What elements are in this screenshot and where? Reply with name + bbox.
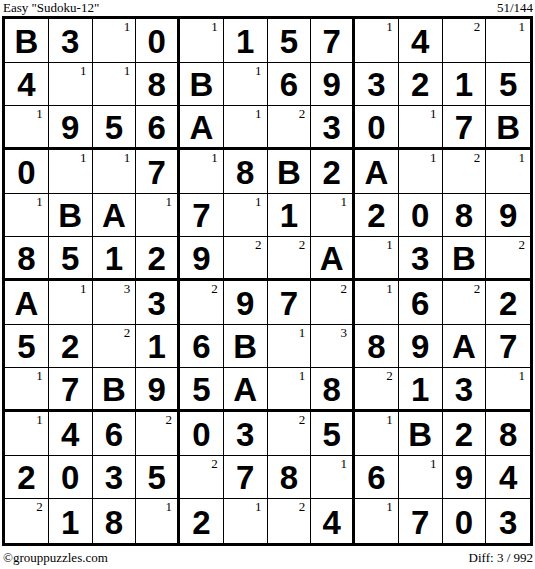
cell-r3c12[interactable]: B [486,106,530,150]
cell-value: 0 [411,197,429,232]
pencil-mark: 1 [299,326,306,340]
cell-r5c7[interactable]: 1 [268,194,312,238]
cell-r7c9[interactable]: 1 [355,281,399,325]
pencil-mark: 1 [519,20,526,34]
cell-value: 7 [280,285,298,320]
pencil-mark: 2 [519,238,526,252]
cell-r5c2[interactable]: B [49,194,93,238]
cell-r5c10[interactable]: 0 [399,194,443,238]
cell-value: A [452,328,476,363]
cell-r5c4[interactable]: 1 [136,194,180,238]
pencil-mark: 2 [474,151,481,165]
cell-value: 0 [147,23,165,58]
cell-value: 9 [192,240,210,275]
cell-r12c2[interactable]: 1 [49,499,93,543]
cell-value: 9 [322,66,340,101]
puzzle-page: Easy "Sudoku-12" 51/144 B310115714214118… [0,0,535,569]
cell-value: 2 [455,416,473,451]
pencil-mark: 2 [211,282,218,296]
cell-r8c10[interactable]: 9 [399,325,443,369]
pencil-mark: 2 [299,238,306,252]
pencil-mark: 1 [255,64,262,78]
cell-r3c3[interactable]: 5 [93,106,137,150]
cell-r7c7[interactable]: 7 [268,281,312,325]
cell-r7c10[interactable]: 6 [399,281,443,325]
pencil-mark: 2 [36,500,43,514]
pencil-mark: 1 [386,413,393,427]
cell-value: A [189,109,213,144]
cell-r4c8[interactable]: 2 [311,150,355,194]
cell-value: 8 [455,197,473,232]
cell-value: 3 [367,66,385,101]
pencil-mark: 1 [519,151,526,165]
cell-r10c3[interactable]: 6 [93,412,137,456]
cell-r9c6[interactable]: A [224,368,268,412]
cell-value: 8 [105,504,123,539]
pencil-mark: 1 [80,151,87,165]
cell-value: 4 [499,459,517,494]
cell-r6c5[interactable]: 9 [180,237,224,281]
cell-r7c4[interactable]: 3 [136,281,180,325]
cell-value: 0 [367,109,385,144]
cell-r5c8[interactable]: 1 [311,194,355,238]
cell-value: 1 [236,23,254,58]
cell-r12c5[interactable]: 2 [180,499,224,543]
pencil-mark: 2 [299,107,306,121]
pencil-mark: 1 [255,195,262,209]
cell-value: 6 [367,459,385,494]
pencil-mark: 1 [166,500,173,514]
cell-r4c12[interactable]: 1 [486,150,530,194]
cell-r3c2[interactable]: 9 [49,106,93,150]
cell-r8c5[interactable]: 6 [180,325,224,369]
cell-r9c4[interactable]: 9 [136,368,180,412]
pencil-mark: 1 [255,107,262,121]
cell-r2c6[interactable]: 1 [224,63,268,107]
cell-r12c9[interactable]: 1 [355,499,399,543]
pencil-mark: 1 [430,107,437,121]
cell-value: B [408,416,432,451]
cell-r10c5[interactable]: 0 [180,412,224,456]
pencil-mark: 2 [386,369,393,383]
cell-r6c1[interactable]: 8 [5,237,49,281]
cell-r11c3[interactable]: 3 [93,456,137,500]
cell-r1c1[interactable]: B [5,19,49,63]
cell-r7c6[interactable]: 9 [224,281,268,325]
cell-r9c5[interactable]: 5 [180,368,224,412]
cell-value: 8 [17,240,35,275]
cell-r5c5[interactable]: 7 [180,194,224,238]
cell-r11c12[interactable]: 4 [486,456,530,500]
cell-r10c1[interactable]: 1 [5,412,49,456]
cell-r5c3[interactable]: A [93,194,137,238]
cell-r4c11[interactable]: 2 [443,150,487,194]
cell-value: 0 [192,416,210,451]
cell-r3c11[interactable]: 7 [443,106,487,150]
cell-r2c3[interactable]: 1 [93,63,137,107]
cell-r11c8[interactable]: 1 [311,456,355,500]
cell-value: 8 [367,328,385,363]
cell-r9c12[interactable]: 1 [486,368,530,412]
pencil-mark: 1 [211,151,218,165]
cell-r2c12[interactable]: 5 [486,63,530,107]
cell-value: 7 [147,154,165,189]
cell-value: 8 [147,66,165,101]
cell-value: 6 [280,66,298,101]
sudoku-grid: B310115714214118B16932151956A123017B0117… [2,16,533,546]
pencil-mark: 3 [124,282,131,296]
cell-value: 8 [499,416,517,451]
cell-r4c9[interactable]: A [355,150,399,194]
pencil-mark: 1 [124,20,131,34]
cell-value: 8 [236,154,254,189]
pencil-mark: 1 [386,238,393,252]
cell-r11c10[interactable]: 1 [399,456,443,500]
cell-r12c3[interactable]: 8 [93,499,137,543]
pencil-mark: 1 [124,151,131,165]
pencil-mark: 1 [80,64,87,78]
pencil-mark: 1 [36,413,43,427]
cell-r2c11[interactable]: 1 [443,63,487,107]
cell-r4c6[interactable]: 8 [224,150,268,194]
pencil-mark: 1 [386,282,393,296]
cell-value: 5 [147,459,165,494]
cell-r10c8[interactable]: 5 [311,412,355,456]
cell-value: 2 [411,66,429,101]
pencil-mark: 1 [166,195,173,209]
cell-value: 1 [280,197,298,232]
cell-value: 9 [147,371,165,406]
cell-r1c2[interactable]: 3 [49,19,93,63]
cell-r11c5[interactable]: 2 [180,456,224,500]
cell-r2c9[interactable]: 3 [355,63,399,107]
cell-r2c8[interactable]: 9 [311,63,355,107]
cell-r10c7[interactable]: 2 [268,412,312,456]
cell-value: A [233,371,257,406]
cell-r2c5[interactable]: B [180,63,224,107]
pencil-mark: 1 [36,107,43,121]
cell-r4c1[interactable]: 0 [5,150,49,194]
cell-value: 0 [17,154,35,189]
cell-value: A [102,197,126,232]
cell-value: 1 [411,371,429,406]
cell-value: B [102,371,126,406]
cell-value: 9 [499,197,517,232]
cell-r9c3[interactable]: B [93,368,137,412]
cell-r10c6[interactable]: 3 [224,412,268,456]
cell-value: 4 [322,504,340,539]
cell-value: 7 [61,371,79,406]
cell-r3c10[interactable]: 1 [399,106,443,150]
cell-r11c7[interactable]: 8 [268,456,312,500]
cell-r5c12[interactable]: 9 [486,194,530,238]
pencil-mark: 2 [474,282,481,296]
cell-value: 2 [61,328,79,363]
cell-r6c7[interactable]: 2 [268,237,312,281]
cell-r8c7[interactable]: 1 [268,325,312,369]
cell-r12c1[interactable]: 2 [5,499,49,543]
cell-r9c8[interactable]: 8 [311,368,355,412]
cell-r12c8[interactable]: 4 [311,499,355,543]
difficulty-text: Diff: 3 / 992 [469,551,533,565]
cell-r6c10[interactable]: 3 [399,237,443,281]
pencil-mark: 1 [255,500,262,514]
pencil-mark: 1 [211,20,218,34]
cell-value: 5 [322,416,340,451]
cell-r12c6[interactable]: 1 [224,499,268,543]
cell-value: 9 [61,109,79,144]
cell-value: 5 [105,109,123,144]
cell-r3c9[interactable]: 0 [355,106,399,150]
cell-r1c12[interactable]: 1 [486,19,530,63]
cell-value: 5 [280,23,298,58]
cell-r5c9[interactable]: 2 [355,194,399,238]
cell-value: 6 [192,328,210,363]
cell-r8c9[interactable]: 8 [355,325,399,369]
cell-value: 7 [455,109,473,144]
cell-r6c9[interactable]: 1 [355,237,399,281]
cell-r1c10[interactable]: 4 [399,19,443,63]
cell-value: 6 [105,416,123,451]
cell-r12c12[interactable]: 3 [486,499,530,543]
cell-r6c11[interactable]: B [443,237,487,281]
pencil-mark: 1 [36,369,43,383]
cell-value: 7 [192,197,210,232]
cell-r2c10[interactable]: 2 [399,63,443,107]
puzzle-title: Easy "Sudoku-12" [3,1,99,15]
cell-r6c4[interactable]: 2 [136,237,180,281]
cell-r1c3[interactable]: 1 [93,19,137,63]
cell-r8c3[interactable]: 2 [93,325,137,369]
cell-value: 7 [499,328,517,363]
cell-r1c5[interactable]: 1 [180,19,224,63]
cell-value: 3 [411,240,429,275]
cell-r8c11[interactable]: A [443,325,487,369]
cell-r9c2[interactable]: 7 [49,368,93,412]
cell-r10c11[interactable]: 2 [443,412,487,456]
cell-r3c8[interactable]: 3 [311,106,355,150]
pencil-mark: 3 [341,326,348,340]
cell-r2c4[interactable]: 8 [136,63,180,107]
pencil-mark: 1 [80,282,87,296]
cell-r8c4[interactable]: 1 [136,325,180,369]
cell-value: 4 [61,416,79,451]
cell-value: A [364,154,388,189]
cell-value: 7 [411,504,429,539]
pencil-mark: 1 [124,64,131,78]
cell-r8c8[interactable]: 3 [311,325,355,369]
pencil-mark: 1 [36,195,43,209]
pencil-mark: 2 [341,282,348,296]
cell-r3c1[interactable]: 1 [5,106,49,150]
cell-r11c2[interactable]: 0 [49,456,93,500]
cell-r3c7[interactable]: 2 [268,106,312,150]
cell-r9c1[interactable]: 1 [5,368,49,412]
cell-r10c10[interactable]: B [399,412,443,456]
cell-r6c3[interactable]: 1 [93,237,137,281]
pencil-mark: 1 [341,195,348,209]
cell-r1c7[interactable]: 5 [268,19,312,63]
cell-value: 1 [455,66,473,101]
cell-r1c9[interactable]: 1 [355,19,399,63]
cell-r7c8[interactable]: 2 [311,281,355,325]
cell-r9c11[interactable]: 3 [443,368,487,412]
pencil-mark: 1 [386,500,393,514]
pencil-mark: 1 [386,20,393,34]
cell-r7c2[interactable]: 1 [49,281,93,325]
cell-r5c6[interactable]: 1 [224,194,268,238]
progress-counter: 51/144 [497,1,533,15]
cell-r7c3[interactable]: 3 [93,281,137,325]
cell-value: 2 [17,459,35,494]
cell-r4c10[interactable]: 1 [399,150,443,194]
cell-r11c11[interactable]: 9 [443,456,487,500]
cell-r6c6[interactable]: 2 [224,237,268,281]
cell-value: 7 [236,459,254,494]
cell-r8c2[interactable]: 2 [49,325,93,369]
cell-r12c11[interactable]: 0 [443,499,487,543]
cell-value: B [233,328,257,363]
cell-value: 3 [105,459,123,494]
pencil-mark: 1 [430,151,437,165]
cell-r12c7[interactable]: 2 [268,499,312,543]
cell-r2c2[interactable]: 1 [49,63,93,107]
cell-value: 4 [411,23,429,58]
cell-value: B [277,154,301,189]
cell-value: 3 [236,416,254,451]
cell-value: 8 [322,371,340,406]
copyright-text: ©grouppuzzles.com [3,551,108,565]
cell-value: 2 [147,240,165,275]
cell-value: 3 [322,109,340,144]
cell-value: 1 [105,240,123,275]
cell-r3c6[interactable]: 1 [224,106,268,150]
cell-value: 2 [192,504,210,539]
cell-r11c6[interactable]: 7 [224,456,268,500]
pencil-mark: 2 [124,326,131,340]
cell-value: B [452,240,476,275]
header: Easy "Sudoku-12" 51/144 [0,0,535,16]
cell-r7c12[interactable]: 2 [486,281,530,325]
cell-value: 5 [499,66,517,101]
cell-value: 5 [192,371,210,406]
cell-r8c1[interactable]: 5 [5,325,49,369]
pencil-mark: 2 [166,413,173,427]
pencil-mark: 1 [519,369,526,383]
cell-r4c2[interactable]: 1 [49,150,93,194]
cell-value: 8 [280,459,298,494]
cell-r4c4[interactable]: 7 [136,150,180,194]
cell-r8c12[interactable]: 7 [486,325,530,369]
cell-r9c10[interactable]: 1 [399,368,443,412]
cell-r11c9[interactable]: 6 [355,456,399,500]
cell-value: 7 [322,23,340,58]
cell-value: B [58,197,82,232]
cell-r3c5[interactable]: A [180,106,224,150]
cell-r5c11[interactable]: 8 [443,194,487,238]
cell-value: 0 [61,459,79,494]
cell-r1c11[interactable]: 2 [443,19,487,63]
cell-value: 6 [147,109,165,144]
cell-value: 1 [147,328,165,363]
cell-r9c9[interactable]: 2 [355,368,399,412]
pencil-mark: 2 [299,500,306,514]
cell-r7c5[interactable]: 2 [180,281,224,325]
cell-value: 6 [411,285,429,320]
cell-r11c4[interactable]: 5 [136,456,180,500]
cell-value: 9 [411,328,429,363]
pencil-mark: 1 [430,457,437,471]
cell-r4c5[interactable]: 1 [180,150,224,194]
cell-value: 2 [367,197,385,232]
cell-value: 3 [147,285,165,320]
pencil-mark: 2 [474,20,481,34]
cell-value: 2 [322,154,340,189]
cell-value: 9 [455,459,473,494]
cell-r4c3[interactable]: 1 [93,150,137,194]
pencil-mark: 1 [341,457,348,471]
pencil-mark: 2 [211,457,218,471]
cell-r2c7[interactable]: 6 [268,63,312,107]
pencil-mark: 2 [255,238,262,252]
cell-value: 3 [499,504,517,539]
cell-r7c1[interactable]: A [5,281,49,325]
cell-r4c7[interactable]: B [268,150,312,194]
cell-value: 3 [455,371,473,406]
cell-r7c11[interactable]: 2 [443,281,487,325]
cell-r11c1[interactable]: 2 [5,456,49,500]
cell-r6c8[interactable]: A [311,237,355,281]
cell-value: 0 [455,504,473,539]
cell-r12c10[interactable]: 7 [399,499,443,543]
cell-value: 1 [61,504,79,539]
cell-r6c12[interactable]: 2 [486,237,530,281]
cell-r10c9[interactable]: 1 [355,412,399,456]
cell-r5c1[interactable]: 1 [5,194,49,238]
cell-value: A [320,240,344,275]
cell-value: A [14,285,38,320]
cell-r6c2[interactable]: 5 [49,237,93,281]
cell-value: 3 [61,23,79,58]
cell-r1c8[interactable]: 7 [311,19,355,63]
cell-r3c4[interactable]: 6 [136,106,180,150]
cell-r2c1[interactable]: 4 [5,63,49,107]
cell-value: B [189,66,213,101]
cell-r10c12[interactable]: 8 [486,412,530,456]
pencil-mark: 1 [299,369,306,383]
pencil-mark: 2 [299,413,306,427]
cell-r1c6[interactable]: 1 [224,19,268,63]
cell-value: 9 [236,285,254,320]
footer: ©grouppuzzles.com Diff: 3 / 992 [0,546,535,565]
cell-r1c4[interactable]: 0 [136,19,180,63]
cell-r8c6[interactable]: B [224,325,268,369]
cell-value: 5 [61,240,79,275]
cell-r10c4[interactable]: 2 [136,412,180,456]
cell-value: B [14,23,38,58]
cell-value: 5 [17,328,35,363]
cell-r9c7[interactable]: 1 [268,368,312,412]
cell-r10c2[interactable]: 4 [49,412,93,456]
cell-value: B [496,109,520,144]
cell-value: 4 [17,66,35,101]
cell-r12c4[interactable]: 1 [136,499,180,543]
cell-value: 2 [499,285,517,320]
